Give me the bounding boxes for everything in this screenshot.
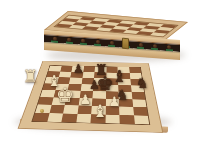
box-lid-square (150, 32, 167, 36)
board-square-d1[interactable] (76, 114, 91, 123)
felt-base (66, 42, 73, 45)
board-brass-clasp-icon[interactable] (40, 109, 44, 113)
piece-black-pawn-d5[interactable]: ♟ (89, 79, 100, 91)
piece-black-knight-f4[interactable]: ♞ (116, 88, 129, 102)
board-square-g1[interactable] (119, 115, 134, 124)
felt-base (94, 44, 101, 47)
chess-set-photo: ♜♝♚♟♝♟♟♜♚♟♝♞♞ (0, 0, 200, 150)
felt-base (51, 41, 58, 44)
piece-black-bishop-f6[interactable]: ♝ (112, 69, 126, 85)
felt-base (151, 48, 158, 51)
board-square-h1[interactable] (134, 115, 150, 124)
felt-base (80, 43, 87, 46)
piece-white-king-c3[interactable]: ♚ (56, 85, 74, 105)
stored-piece[interactable] (151, 43, 158, 51)
stored-piece[interactable] (80, 38, 87, 46)
felt-base (108, 45, 115, 48)
stored-piece[interactable] (166, 44, 173, 52)
stored-piece[interactable] (51, 36, 58, 44)
piece-black-knight-h5[interactable]: ♞ (136, 76, 149, 90)
stored-piece[interactable] (66, 37, 73, 45)
felt-base (166, 49, 173, 52)
piece-white-rook-a5[interactable]: ♜ (23, 68, 38, 85)
piece-white-pawn-d3[interactable]: ♟ (80, 93, 92, 106)
board-square-c1[interactable] (61, 113, 77, 122)
stored-piece[interactable] (108, 40, 115, 48)
felt-base (137, 47, 144, 50)
piece-white-bishop-e2[interactable]: ♝ (93, 103, 108, 120)
stored-piece[interactable] (137, 42, 144, 50)
piece-black-pawn-c7[interactable]: ♟ (73, 63, 84, 75)
stored-piece[interactable] (94, 39, 101, 47)
box-brass-clasp-icon[interactable] (122, 38, 129, 50)
